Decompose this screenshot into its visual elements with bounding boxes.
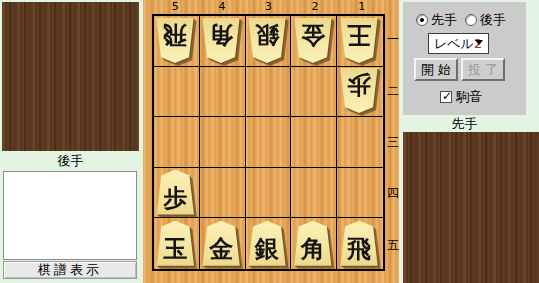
board-cell-1一[interactable]: 王 bbox=[337, 16, 383, 67]
piece-kanji: 金 bbox=[209, 232, 233, 266]
kifu-display-button[interactable]: 棋譜表示 bbox=[3, 261, 137, 279]
shogi-piece-gote-5a[interactable]: 飛 bbox=[156, 18, 194, 63]
piece-kanji: 銀 bbox=[255, 18, 279, 52]
shogi-piece-gote-1b[interactable]: 歩 bbox=[340, 68, 378, 113]
board-cell-5五[interactable]: 玉 bbox=[154, 218, 200, 269]
board-cell-1三[interactable] bbox=[337, 117, 383, 168]
shogi-piece-gote-4a[interactable]: 角 bbox=[202, 18, 240, 63]
piece-sound-label: 駒音 bbox=[456, 88, 482, 106]
rank-label: 一 bbox=[387, 14, 399, 65]
board-cell-2一[interactable]: 金 bbox=[291, 16, 337, 67]
board-cell-4一[interactable]: 角 bbox=[200, 16, 246, 67]
board-cell-4五[interactable]: 金 bbox=[200, 218, 246, 269]
radio-sente-label: 先手 bbox=[431, 11, 457, 29]
sente-player-label: 先手 bbox=[403, 115, 526, 131]
shogi-piece-gote-2a[interactable]: 金 bbox=[294, 18, 332, 63]
checkmark-icon: ✓ bbox=[442, 89, 452, 103]
piece-kanji: 王 bbox=[347, 18, 371, 52]
move-list-box[interactable] bbox=[3, 171, 137, 260]
piece-kanji: 飛 bbox=[347, 232, 371, 266]
board-cell-5一[interactable]: 飛 bbox=[154, 16, 200, 67]
radio-sente[interactable]: 先手 bbox=[416, 11, 457, 29]
shogi-piece-gote-3a[interactable]: 銀 bbox=[248, 18, 286, 63]
file-label: 4 bbox=[199, 0, 246, 13]
gote-player-label: 後手 bbox=[0, 152, 141, 169]
shogi-piece-sente-3e[interactable]: 銀 bbox=[248, 221, 286, 266]
piece-kanji: 歩 bbox=[347, 68, 371, 102]
radio-sente-circle-icon[interactable] bbox=[416, 14, 428, 26]
board-cell-3四[interactable] bbox=[246, 168, 292, 219]
board-cell-4四[interactable] bbox=[200, 168, 246, 219]
board-cell-1四[interactable] bbox=[337, 168, 383, 219]
shogi-piece-sente-5e[interactable]: 玉 bbox=[156, 221, 194, 266]
board-cell-2三[interactable] bbox=[291, 117, 337, 168]
piece-kanji: 歩 bbox=[163, 181, 187, 215]
resign-button[interactable]: 投 了 bbox=[461, 58, 505, 81]
shogi-piece-sente-1e[interactable]: 飛 bbox=[340, 221, 378, 266]
piece-kanji: 角 bbox=[301, 232, 325, 266]
file-label: 3 bbox=[245, 0, 292, 13]
board-cell-1二[interactable]: 歩 bbox=[337, 67, 383, 118]
gote-captured-pieces-stand[interactable] bbox=[2, 2, 139, 151]
shogi-piece-sente-5d[interactable]: 歩 bbox=[156, 170, 194, 215]
piece-sound-checkbox[interactable]: ✓ 駒音 bbox=[440, 88, 482, 106]
board-cell-2二[interactable] bbox=[291, 67, 337, 118]
checkbox-icon[interactable]: ✓ bbox=[440, 91, 452, 103]
piece-kanji: 飛 bbox=[163, 18, 187, 52]
piece-kanji: 角 bbox=[209, 18, 233, 52]
board-cell-5四[interactable]: 歩 bbox=[154, 168, 200, 219]
radio-gote-circle-icon[interactable] bbox=[465, 14, 477, 26]
game-control-panel: 先手 後手 レベル2 開 始 投 了 ✓ 駒音 bbox=[403, 2, 526, 115]
rank-label: 四 bbox=[387, 168, 399, 219]
shogi-piece-gote-1a[interactable]: 王 bbox=[340, 18, 378, 63]
file-coordinate-labels: 54321 bbox=[152, 0, 385, 13]
board-cell-5三[interactable] bbox=[154, 117, 200, 168]
board-cell-4二[interactable] bbox=[200, 67, 246, 118]
start-button[interactable]: 開 始 bbox=[414, 58, 458, 81]
rank-label: 三 bbox=[387, 117, 399, 168]
rank-coordinate-labels: 一二三四五 bbox=[387, 14, 399, 271]
board-cell-3二[interactable] bbox=[246, 67, 292, 118]
board-cell-4三[interactable] bbox=[200, 117, 246, 168]
board-cell-2五[interactable]: 角 bbox=[291, 218, 337, 269]
shogi-piece-sente-4e[interactable]: 金 bbox=[202, 221, 240, 266]
shogi-board-grid: 飛角銀金王歩歩玉金銀角飛 bbox=[152, 14, 385, 271]
file-label: 5 bbox=[152, 0, 199, 13]
piece-kanji: 玉 bbox=[163, 232, 187, 266]
radio-gote-label: 後手 bbox=[480, 11, 506, 29]
piece-kanji: 銀 bbox=[255, 232, 279, 266]
level-select[interactable]: レベル2 bbox=[428, 33, 489, 54]
chevron-down-icon[interactable] bbox=[475, 40, 483, 45]
board-cell-3一[interactable]: 銀 bbox=[246, 16, 292, 67]
file-label: 1 bbox=[338, 0, 385, 13]
board-cell-3三[interactable] bbox=[246, 117, 292, 168]
board-cell-3五[interactable]: 銀 bbox=[246, 218, 292, 269]
sente-captured-pieces-stand[interactable] bbox=[403, 132, 539, 283]
board-cell-1五[interactable]: 飛 bbox=[337, 218, 383, 269]
board-cell-5二[interactable] bbox=[154, 67, 200, 118]
shogi-piece-sente-2e[interactable]: 角 bbox=[294, 221, 332, 266]
rank-label: 五 bbox=[387, 220, 399, 271]
level-select-name: レベル bbox=[434, 36, 474, 51]
radio-gote[interactable]: 後手 bbox=[465, 11, 506, 29]
file-label: 2 bbox=[292, 0, 339, 13]
board-cell-2四[interactable] bbox=[291, 168, 337, 219]
piece-kanji: 金 bbox=[301, 18, 325, 52]
rank-label: 二 bbox=[387, 65, 399, 116]
